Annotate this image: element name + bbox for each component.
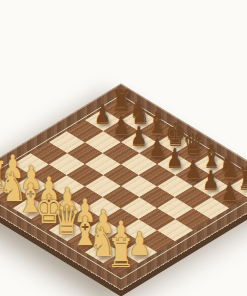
board-inlay-border: ♜♞♝♚♛♝♞♜♟♟♟♟♟♟♟♟♟♟♟♟♟♟♟♟♜♞♝♚♛♝♞♜ bbox=[0, 95, 247, 280]
black-pawn-glyph: ♟ bbox=[221, 179, 238, 204]
chess-set-photo: ♜♞♝♚♛♝♞♜♟♟♟♟♟♟♟♟♟♟♟♟♟♟♟♟♜♞♝♚♛♝♞♜ bbox=[0, 0, 247, 296]
white-rook-glyph: ♜ bbox=[107, 233, 135, 273]
board-grid: ♜♞♝♚♛♝♞♜♟♟♟♟♟♟♟♟♟♟♟♟♟♟♟♟♜♞♝♚♛♝♞♜ bbox=[0, 98, 247, 274]
white-rook-a1: ♜ bbox=[108, 250, 134, 275]
square-a1: ♜ bbox=[103, 252, 139, 274]
chess-board: ♜♞♝♚♛♝♞♜♟♟♟♟♟♟♟♟♟♟♟♟♟♟♟♟♜♞♝♚♛♝♞♜ bbox=[0, 83, 247, 290]
